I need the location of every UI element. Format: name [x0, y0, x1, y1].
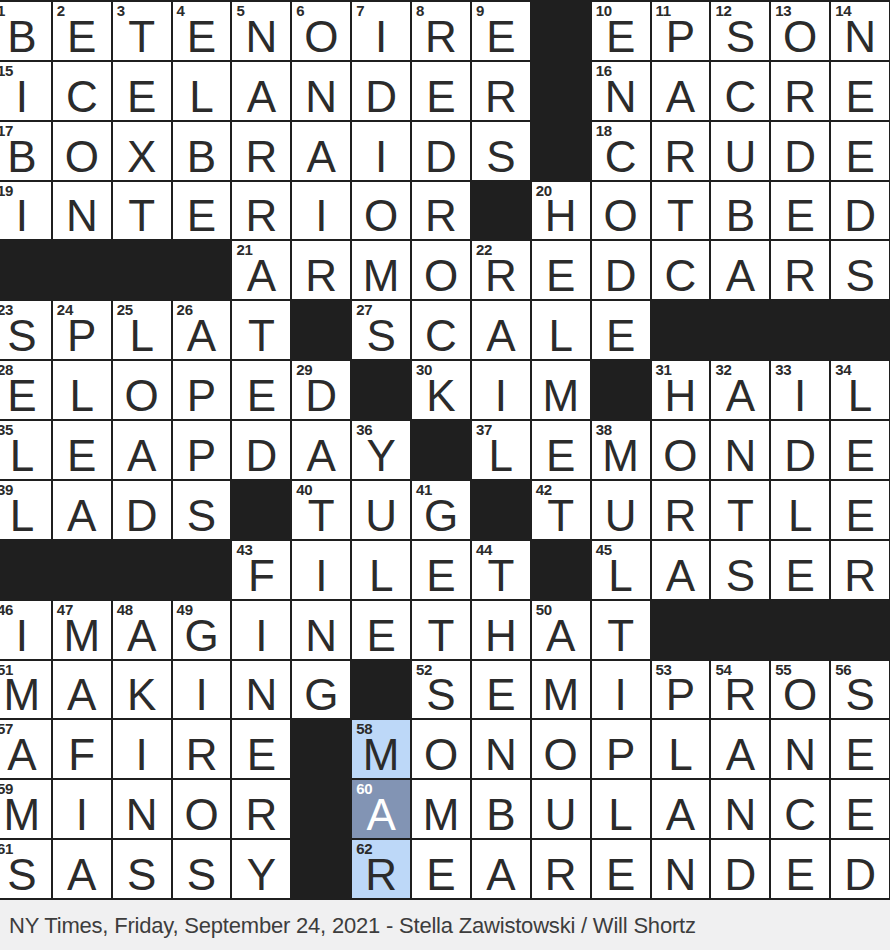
cell-letter: E	[831, 75, 889, 119]
cell-letter: K	[412, 374, 470, 418]
cell-r7c5[interactable]: E	[232, 361, 290, 419]
cell-r9c6[interactable]: 40T	[292, 481, 350, 539]
cell-r4c11[interactable]: O	[592, 182, 650, 240]
cell-r5c14[interactable]: R	[771, 241, 829, 299]
cell-r3c6[interactable]: A	[292, 122, 350, 180]
cell-letter: N	[292, 614, 350, 658]
cell-r11c2[interactable]: 47M	[53, 601, 111, 659]
cell-r7c14[interactable]: 33I	[771, 361, 829, 419]
cell-letter: N	[831, 15, 889, 59]
cell-r6c11[interactable]: E	[592, 301, 650, 359]
cell-r12c13[interactable]: 54R	[711, 661, 769, 719]
cell-letter: L	[652, 733, 710, 777]
cell-r10c15[interactable]: R	[831, 541, 889, 599]
cell-r11c10[interactable]: 50A	[532, 601, 590, 659]
cell-letter: O	[532, 733, 590, 777]
cell-r2c11[interactable]: 16N	[592, 62, 650, 120]
cell-r13c14[interactable]: N	[771, 720, 829, 778]
cell-r15c9[interactable]: A	[472, 840, 530, 898]
cell-r1c14[interactable]: 13O	[771, 2, 829, 60]
cell-r13c1[interactable]: 57A	[0, 720, 51, 778]
cell-r4c1[interactable]: 19I	[0, 182, 51, 240]
cell-letter: R	[412, 194, 470, 238]
cell-r8c7[interactable]: 36Y	[352, 421, 410, 479]
cell-letter: B	[0, 15, 51, 59]
crossword-board: 1B2E3T4E5N6O7I8R9E10E11P12S13O14N15ICELA…	[0, 0, 890, 900]
black-cell-r6c6	[292, 301, 350, 359]
cell-letter: R	[232, 793, 290, 837]
cell-letter: N	[292, 75, 350, 119]
cell-r14c11[interactable]: L	[592, 780, 650, 838]
cell-r4c5[interactable]: R	[232, 182, 290, 240]
cell-letter: D	[771, 434, 829, 478]
cell-r9c15[interactable]: E	[831, 481, 889, 539]
cell-r2c14[interactable]: R	[771, 62, 829, 120]
cell-r6c7[interactable]: 27S	[352, 301, 410, 359]
cell-letter: E	[412, 554, 470, 598]
cell-letter: N	[232, 15, 290, 59]
cell-r5c7[interactable]: M	[352, 241, 410, 299]
cell-letter: E	[113, 75, 171, 119]
cell-r12c2[interactable]: A	[53, 661, 111, 719]
cell-r1c4[interactable]: 4E	[173, 2, 231, 60]
cell-r1c9[interactable]: 9E	[472, 2, 530, 60]
cell-r14c10[interactable]: U	[532, 780, 590, 838]
cell-r6c9[interactable]: A	[472, 301, 530, 359]
cell-r1c7[interactable]: 7I	[352, 2, 410, 60]
cell-letter: K	[113, 673, 171, 717]
cell-r7c4[interactable]: P	[173, 361, 231, 419]
cell-r3c11[interactable]: 18C	[592, 122, 650, 180]
cell-letter: M	[0, 793, 51, 837]
cell-r9c7[interactable]: U	[352, 481, 410, 539]
cell-letter: R	[292, 254, 350, 298]
cell-r5c9[interactable]: 22R	[472, 241, 530, 299]
cell-r2c4[interactable]: L	[173, 62, 231, 120]
cell-r15c5[interactable]: Y	[232, 840, 290, 898]
cell-r15c1[interactable]: 61S	[0, 840, 51, 898]
cell-letter: S	[831, 673, 889, 717]
cell-letter: G	[412, 494, 470, 538]
cell-r5c12[interactable]: C	[652, 241, 710, 299]
cell-r12c12[interactable]: 53P	[652, 661, 710, 719]
cell-r8c15[interactable]: E	[831, 421, 889, 479]
cell-r4c3[interactable]: T	[113, 182, 171, 240]
cell-letter: A	[711, 733, 769, 777]
cell-r8c14[interactable]: D	[771, 421, 829, 479]
cell-letter: E	[532, 434, 590, 478]
cell-letter: B	[472, 793, 530, 837]
black-cell-r11c13	[711, 601, 769, 659]
cell-r2c9[interactable]: R	[472, 62, 530, 120]
cell-letter: A	[53, 853, 111, 897]
cell-letter: O	[592, 194, 650, 238]
cell-letter: L	[53, 374, 111, 418]
cell-letter: R	[472, 75, 530, 119]
cell-r4c12[interactable]: T	[652, 182, 710, 240]
black-cell-r11c14	[771, 601, 829, 659]
cell-r1c11[interactable]: 10E	[592, 2, 650, 60]
cell-r13c5[interactable]: E	[232, 720, 290, 778]
cell-r6c3[interactable]: 25L	[113, 301, 171, 359]
cell-r9c10[interactable]: 42T	[532, 481, 590, 539]
cell-r14c12[interactable]: A	[652, 780, 710, 838]
cell-letter: O	[652, 434, 710, 478]
cell-letter: E	[771, 853, 829, 897]
cell-r10c9[interactable]: 44T	[472, 541, 530, 599]
cell-r14c5[interactable]: R	[232, 780, 290, 838]
cell-r2c2[interactable]: C	[53, 62, 111, 120]
cell-r14c3[interactable]: N	[113, 780, 171, 838]
cell-r6c5[interactable]: T	[232, 301, 290, 359]
cell-letter: S	[711, 15, 769, 59]
cell-r1c15[interactable]: 14N	[831, 2, 889, 60]
cell-r13c12[interactable]: L	[652, 720, 710, 778]
cell-r7c12[interactable]: 31H	[652, 361, 710, 419]
cell-r13c13[interactable]: A	[711, 720, 769, 778]
cell-r10c11[interactable]: 45L	[592, 541, 650, 599]
cell-r3c4[interactable]: B	[173, 122, 231, 180]
cell-r1c2[interactable]: 2E	[53, 2, 111, 60]
cell-r5c8[interactable]: O	[412, 241, 470, 299]
cell-r12c9[interactable]: E	[472, 661, 530, 719]
cell-r12c14[interactable]: 55O	[771, 661, 829, 719]
cell-letter: R	[711, 673, 769, 717]
cell-r1c3[interactable]: 3T	[113, 2, 171, 60]
cell-r15c7[interactable]: 62R	[352, 840, 410, 898]
cell-letter: R	[831, 554, 889, 598]
cell-r11c5[interactable]: I	[232, 601, 290, 659]
cell-r11c4[interactable]: 49G	[173, 601, 231, 659]
cell-r8c5[interactable]: D	[232, 421, 290, 479]
cell-letter: M	[592, 434, 650, 478]
cell-r10c12[interactable]: A	[652, 541, 710, 599]
cell-letter: E	[0, 374, 51, 418]
cell-r2c12[interactable]: A	[652, 62, 710, 120]
cell-r14c8[interactable]: M	[412, 780, 470, 838]
cell-r3c3[interactable]: X	[113, 122, 171, 180]
cell-r14c7[interactable]: 60A	[352, 780, 410, 838]
cell-r7c13[interactable]: 32A	[711, 361, 769, 419]
cell-r8c9[interactable]: 37L	[472, 421, 530, 479]
cell-letter: O	[352, 194, 410, 238]
cell-r4c6[interactable]: I	[292, 182, 350, 240]
cell-letter: M	[352, 254, 410, 298]
cell-letter: G	[173, 614, 231, 658]
cell-letter: R	[472, 254, 530, 298]
cell-letter: S	[173, 853, 231, 897]
cell-r3c9[interactable]: S	[472, 122, 530, 180]
black-cell-r2c10	[532, 62, 590, 120]
cell-r7c9[interactable]: I	[472, 361, 530, 419]
cell-letter: D	[232, 434, 290, 478]
cell-r11c11[interactable]: T	[592, 601, 650, 659]
cell-letter: G	[292, 673, 350, 717]
cell-r7c15[interactable]: 34L	[831, 361, 889, 419]
cell-r4c2[interactable]: N	[53, 182, 111, 240]
cell-r9c12[interactable]: R	[652, 481, 710, 539]
cell-r12c8[interactable]: 52S	[412, 661, 470, 719]
cell-r5c10[interactable]: E	[532, 241, 590, 299]
cell-r2c8[interactable]: E	[412, 62, 470, 120]
cell-r3c2[interactable]: O	[53, 122, 111, 180]
cell-r9c4[interactable]: S	[173, 481, 231, 539]
cell-r8c12[interactable]: O	[652, 421, 710, 479]
cell-r11c3[interactable]: 48A	[113, 601, 171, 659]
cell-letter: E	[232, 733, 290, 777]
cell-r13c4[interactable]: R	[173, 720, 231, 778]
cell-r7c2[interactable]: L	[53, 361, 111, 419]
cell-r3c1[interactable]: 17B	[0, 122, 51, 180]
cell-letter: L	[0, 494, 51, 538]
cell-r8c11[interactable]: 38M	[592, 421, 650, 479]
cell-letter: L	[0, 434, 51, 478]
cell-r8c2[interactable]: E	[53, 421, 111, 479]
cell-r12c10[interactable]: M	[532, 661, 590, 719]
cell-letter: M	[532, 673, 590, 717]
cell-r10c5[interactable]: 43F	[232, 541, 290, 599]
cell-r12c5[interactable]: N	[232, 661, 290, 719]
cell-r13c7[interactable]: 58M	[352, 720, 410, 778]
cell-r4c7[interactable]: O	[352, 182, 410, 240]
cell-r12c1[interactable]: 51M	[0, 661, 51, 719]
cell-r9c13[interactable]: T	[711, 481, 769, 539]
black-cell-r5c4	[173, 241, 231, 299]
cell-letter: C	[711, 75, 769, 119]
cell-r8c13[interactable]: N	[711, 421, 769, 479]
cell-letter: P	[53, 314, 111, 358]
cell-r7c6[interactable]: 29D	[292, 361, 350, 419]
cell-r6c2[interactable]: 24P	[53, 301, 111, 359]
cell-letter: I	[352, 135, 410, 179]
cell-r14c9[interactable]: B	[472, 780, 530, 838]
black-cell-r10c10	[532, 541, 590, 599]
cell-r2c5[interactable]: A	[232, 62, 290, 120]
cell-r1c12[interactable]: 11P	[652, 2, 710, 60]
crossword-grid[interactable]: 1B2E3T4E5N6O7I8R9E10E11P12S13O14N15ICELA…	[0, 0, 890, 900]
cell-r8c6[interactable]: A	[292, 421, 350, 479]
cell-r3c15[interactable]: E	[831, 122, 889, 180]
cell-letter: C	[771, 793, 829, 837]
cell-r8c4[interactable]: P	[173, 421, 231, 479]
cell-r15c14[interactable]: E	[771, 840, 829, 898]
cell-letter: S	[0, 853, 51, 897]
cell-r2c1[interactable]: 15I	[0, 62, 51, 120]
cell-r15c10[interactable]: R	[532, 840, 590, 898]
cell-r14c14[interactable]: C	[771, 780, 829, 838]
cell-r2c6[interactable]: N	[292, 62, 350, 120]
cell-r14c1[interactable]: 59M	[0, 780, 51, 838]
cell-letter: L	[592, 554, 650, 598]
cell-r5c15[interactable]: S	[831, 241, 889, 299]
cell-r1c8[interactable]: 8R	[412, 2, 470, 60]
cell-r15c3[interactable]: S	[113, 840, 171, 898]
cell-r9c1[interactable]: 39L	[0, 481, 51, 539]
cell-letter: A	[711, 374, 769, 418]
cell-r1c6[interactable]: 6O	[292, 2, 350, 60]
cell-r7c10[interactable]: M	[532, 361, 590, 419]
cell-r7c1[interactable]: 28E	[0, 361, 51, 419]
cell-r15c2[interactable]: A	[53, 840, 111, 898]
black-cell-r3c10	[532, 122, 590, 180]
cell-letter: R	[173, 733, 231, 777]
cell-letter: H	[532, 194, 590, 238]
cell-letter: P	[652, 15, 710, 59]
cell-r3c5[interactable]: R	[232, 122, 290, 180]
black-cell-r7c7	[352, 361, 410, 419]
cell-r12c4[interactable]: I	[173, 661, 231, 719]
cell-r3c7[interactable]: I	[352, 122, 410, 180]
cell-r6c10[interactable]: L	[532, 301, 590, 359]
cell-r2c15[interactable]: E	[831, 62, 889, 120]
cell-r11c6[interactable]: N	[292, 601, 350, 659]
cell-r13c3[interactable]: I	[113, 720, 171, 778]
cell-r4c10[interactable]: 20H	[532, 182, 590, 240]
cell-r6c1[interactable]: 23S	[0, 301, 51, 359]
cell-r1c1[interactable]: 1B	[0, 2, 51, 60]
cell-r5c5[interactable]: 21A	[232, 241, 290, 299]
cell-r10c8[interactable]: E	[412, 541, 470, 599]
cell-r12c6[interactable]: G	[292, 661, 350, 719]
cell-letter: T	[652, 194, 710, 238]
cell-letter: E	[53, 434, 111, 478]
cell-letter: S	[173, 494, 231, 538]
cell-r15c12[interactable]: N	[652, 840, 710, 898]
cell-r14c4[interactable]: O	[173, 780, 231, 838]
cell-r5c11[interactable]: D	[592, 241, 650, 299]
cell-r5c13[interactable]: A	[711, 241, 769, 299]
cell-letter: L	[472, 434, 530, 478]
cell-letter: R	[232, 135, 290, 179]
cell-letter: E	[831, 733, 889, 777]
cell-r13c9[interactable]: N	[472, 720, 530, 778]
cell-r6c4[interactable]: 26A	[173, 301, 231, 359]
cell-letter: C	[53, 75, 111, 119]
cell-letter: N	[711, 434, 769, 478]
cell-r13c8[interactable]: O	[412, 720, 470, 778]
cell-r13c15[interactable]: E	[831, 720, 889, 778]
cell-r12c15[interactable]: 56S	[831, 661, 889, 719]
black-cell-r7c11	[592, 361, 650, 419]
cell-letter: O	[412, 733, 470, 777]
cell-letter: A	[472, 314, 530, 358]
cell-letter: P	[592, 733, 650, 777]
black-cell-r1c10	[532, 2, 590, 60]
black-cell-r10c3	[113, 541, 171, 599]
cell-letter: R	[232, 194, 290, 238]
cell-letter: O	[771, 673, 829, 717]
cell-r11c9[interactable]: H	[472, 601, 530, 659]
cell-letter: A	[652, 554, 710, 598]
cell-r9c3[interactable]: D	[113, 481, 171, 539]
cell-letter: L	[831, 374, 889, 418]
cell-letter: N	[53, 194, 111, 238]
cell-letter: M	[352, 733, 410, 777]
cell-r15c13[interactable]: D	[711, 840, 769, 898]
cell-r15c15[interactable]: D	[831, 840, 889, 898]
cell-r12c3[interactable]: K	[113, 661, 171, 719]
cell-r3c13[interactable]: U	[711, 122, 769, 180]
cell-r1c13[interactable]: 12S	[711, 2, 769, 60]
cell-letter: A	[232, 254, 290, 298]
cell-letter: A	[113, 434, 171, 478]
cell-r1c5[interactable]: 5N	[232, 2, 290, 60]
cell-r4c14[interactable]: E	[771, 182, 829, 240]
cell-letter: P	[173, 374, 231, 418]
black-cell-r15c6	[292, 840, 350, 898]
cell-r13c11[interactable]: P	[592, 720, 650, 778]
cell-letter: D	[113, 494, 171, 538]
cell-r4c13[interactable]: B	[711, 182, 769, 240]
cell-r8c3[interactable]: A	[113, 421, 171, 479]
cell-r2c7[interactable]: D	[352, 62, 410, 120]
cell-letter: I	[53, 793, 111, 837]
cell-letter: D	[352, 75, 410, 119]
cell-r15c4[interactable]: S	[173, 840, 231, 898]
cell-r9c8[interactable]: 41G	[412, 481, 470, 539]
cell-r9c14[interactable]: L	[771, 481, 829, 539]
cell-letter: H	[652, 374, 710, 418]
cell-r3c14[interactable]: D	[771, 122, 829, 180]
cell-letter: A	[532, 614, 590, 658]
cell-r3c8[interactable]: D	[412, 122, 470, 180]
cell-r3c12[interactable]: R	[652, 122, 710, 180]
cell-r6c8[interactable]: C	[412, 301, 470, 359]
black-cell-r9c9	[472, 481, 530, 539]
cell-r9c2[interactable]: A	[53, 481, 111, 539]
cell-r4c15[interactable]: D	[831, 182, 889, 240]
cell-letter: L	[592, 793, 650, 837]
cell-r8c10[interactable]: E	[532, 421, 590, 479]
cell-letter: N	[232, 673, 290, 717]
cell-r7c3[interactable]: O	[113, 361, 171, 419]
cell-r9c11[interactable]: U	[592, 481, 650, 539]
cell-r13c2[interactable]: F	[53, 720, 111, 778]
cell-letter: I	[0, 194, 51, 238]
cell-r12c11[interactable]: I	[592, 661, 650, 719]
cell-r10c7[interactable]: L	[352, 541, 410, 599]
cell-r10c13[interactable]: S	[711, 541, 769, 599]
cell-r14c15[interactable]: E	[831, 780, 889, 838]
cell-r15c11[interactable]: E	[592, 840, 650, 898]
cell-r14c2[interactable]: I	[53, 780, 111, 838]
cell-letter: A	[232, 75, 290, 119]
cell-r10c6[interactable]: I	[292, 541, 350, 599]
cell-r2c13[interactable]: C	[711, 62, 769, 120]
cell-letter: F	[232, 554, 290, 598]
cell-r14c13[interactable]: N	[711, 780, 769, 838]
crossword-app: 1B2E3T4E5N6O7I8R9E10E11P12S13O14N15ICELA…	[0, 0, 890, 950]
cell-letter: A	[352, 793, 410, 837]
cell-r4c8[interactable]: R	[412, 182, 470, 240]
black-cell-r12c7	[352, 661, 410, 719]
cell-letter: Y	[232, 853, 290, 897]
cell-r8c1[interactable]: 35L	[0, 421, 51, 479]
cell-r11c7[interactable]: E	[352, 601, 410, 659]
cell-r4c4[interactable]: E	[173, 182, 231, 240]
cell-r5c6[interactable]: R	[292, 241, 350, 299]
cell-letter: U	[592, 494, 650, 538]
cell-r15c8[interactable]: E	[412, 840, 470, 898]
cell-r10c14[interactable]: E	[771, 541, 829, 599]
cell-r11c1[interactable]: 46I	[0, 601, 51, 659]
black-cell-r10c2	[53, 541, 111, 599]
cell-r2c3[interactable]: E	[113, 62, 171, 120]
cell-letter: S	[113, 853, 171, 897]
cell-r7c8[interactable]: 30K	[412, 361, 470, 419]
cell-r13c10[interactable]: O	[532, 720, 590, 778]
cell-r11c8[interactable]: T	[412, 601, 470, 659]
